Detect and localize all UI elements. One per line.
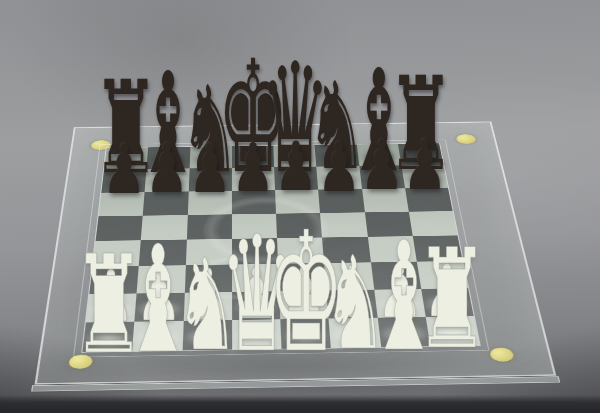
square-h1 xyxy=(425,316,479,346)
square-a7 xyxy=(101,169,146,192)
square-e8 xyxy=(273,145,316,167)
square-a6 xyxy=(99,192,145,216)
square-e5 xyxy=(276,213,322,238)
square-e1 xyxy=(280,318,331,348)
square-a5 xyxy=(96,216,143,241)
square-f2 xyxy=(326,289,377,318)
square-d2 xyxy=(232,291,281,320)
board-foot xyxy=(68,355,93,369)
square-c3 xyxy=(184,265,231,293)
glass-chess-board xyxy=(34,121,556,384)
square-g8 xyxy=(356,144,401,166)
table-edge-band xyxy=(0,395,600,413)
square-c8 xyxy=(189,146,232,168)
square-h6 xyxy=(405,187,453,211)
square-b2 xyxy=(135,292,185,321)
square-b4 xyxy=(139,240,186,267)
square-h4 xyxy=(412,235,462,261)
square-d1 xyxy=(232,319,282,349)
square-c2 xyxy=(183,292,232,321)
square-b6 xyxy=(143,191,188,215)
square-h2 xyxy=(421,288,474,317)
square-f5 xyxy=(320,212,367,237)
square-f7 xyxy=(317,166,362,189)
square-g7 xyxy=(359,166,405,189)
glass-plate xyxy=(34,121,556,384)
square-b7 xyxy=(145,169,189,192)
square-c1 xyxy=(182,320,232,350)
square-e4 xyxy=(277,237,324,263)
square-a3 xyxy=(89,266,139,294)
square-c4 xyxy=(185,239,231,266)
square-h7 xyxy=(401,165,448,188)
square-b8 xyxy=(147,147,190,169)
square-d7 xyxy=(232,167,275,190)
square-g5 xyxy=(364,212,412,237)
square-a2 xyxy=(86,293,137,322)
square-d6 xyxy=(232,190,276,214)
square-b3 xyxy=(137,265,186,293)
square-f8 xyxy=(315,144,359,166)
square-g4 xyxy=(367,236,416,262)
square-h8 xyxy=(398,143,444,165)
square-g2 xyxy=(374,289,426,318)
square-f1 xyxy=(329,318,381,348)
square-f4 xyxy=(322,237,370,263)
square-f3 xyxy=(324,263,373,291)
square-g3 xyxy=(370,262,420,290)
board-foot xyxy=(489,348,515,362)
square-e3 xyxy=(278,263,326,291)
square-g1 xyxy=(377,317,430,347)
square-d5 xyxy=(232,214,277,239)
photo-scene: ♜♝♞♚♛♞♝♜♟♟♟♟♟♟♟♟♟♟♟♟♟♟♟♟♜♝♞♛♚♞♝♜ xyxy=(0,0,600,413)
square-f6 xyxy=(318,189,364,213)
square-e6 xyxy=(275,189,320,213)
square-g6 xyxy=(362,188,409,212)
square-b5 xyxy=(141,215,187,240)
square-c7 xyxy=(188,168,231,191)
square-b1 xyxy=(132,321,183,352)
square-a1 xyxy=(82,322,134,353)
square-d8 xyxy=(232,146,274,168)
square-h5 xyxy=(409,211,458,236)
square-a8 xyxy=(104,147,148,169)
board-foot xyxy=(456,134,477,144)
square-h3 xyxy=(417,261,468,289)
square-d3 xyxy=(232,264,279,292)
square-c6 xyxy=(187,191,231,215)
square-d4 xyxy=(232,238,278,264)
square-c5 xyxy=(186,214,231,239)
square-e2 xyxy=(279,290,329,319)
square-e7 xyxy=(274,167,318,190)
checkerboard-grid xyxy=(81,143,481,353)
square-a4 xyxy=(93,240,142,267)
